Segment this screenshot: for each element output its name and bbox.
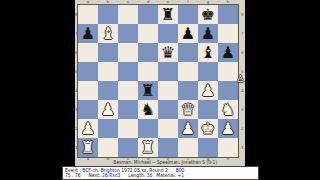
white-queen: ♛ xyxy=(181,100,195,119)
black-pawn: ♟ xyxy=(81,24,95,43)
rank-label-2: 2 xyxy=(241,124,243,134)
material-value: +1 xyxy=(177,173,184,178)
material-advantage-pawn-icon: ♙ xyxy=(236,74,245,84)
game-info-statusbar: Event : BCF-ch, Brighton 1972.08.xx, Rou… xyxy=(62,166,259,180)
square-e6[interactable]: ♛ xyxy=(158,43,178,62)
square-e4[interactable] xyxy=(158,81,178,100)
file-label-e: e xyxy=(163,156,173,159)
next-move-value: 26.Rxd3 xyxy=(102,173,121,178)
square-g2[interactable]: ♚ xyxy=(198,119,218,138)
square-b1[interactable] xyxy=(98,138,118,157)
square-f6[interactable] xyxy=(178,43,198,62)
square-d3[interactable]: ♞ xyxy=(138,100,158,119)
file-labels-top: abcdefgh xyxy=(78,0,238,4)
black-rook: ♜ xyxy=(141,81,155,100)
square-a6[interactable] xyxy=(78,43,98,62)
rank-label-1: 1 xyxy=(241,143,243,153)
square-a5[interactable] xyxy=(78,62,98,81)
rank-label-7: 7 xyxy=(75,29,77,39)
file-label-c: c xyxy=(123,156,133,159)
square-g8[interactable]: ♚ xyxy=(198,5,218,24)
eco-code: B00 xyxy=(176,168,185,173)
square-c8[interactable] xyxy=(118,5,138,24)
file-label-a: a xyxy=(83,156,93,159)
square-g6[interactable]: ♝ xyxy=(198,43,218,62)
next-label: Next: xyxy=(89,173,102,178)
square-h8[interactable] xyxy=(218,5,238,24)
square-c3[interactable] xyxy=(118,100,138,119)
white-bishop: ♝ xyxy=(101,24,115,43)
rank-label-5: 5 xyxy=(75,67,77,77)
black-bishop: ♝ xyxy=(201,43,215,62)
white-rook: ♜ xyxy=(141,138,155,157)
square-f3[interactable]: ♛ xyxy=(178,100,198,119)
rank-label-8: 8 xyxy=(241,10,243,20)
white-pawn: ♟ xyxy=(221,119,235,138)
square-e3[interactable] xyxy=(158,100,178,119)
square-a1[interactable]: ♜ xyxy=(78,138,98,157)
square-h5[interactable] xyxy=(218,62,238,81)
square-h7[interactable] xyxy=(218,24,238,43)
rank-label-7: 7 xyxy=(241,29,243,39)
square-b8[interactable] xyxy=(98,5,118,24)
square-e5[interactable] xyxy=(158,62,178,81)
rank-label-6: 6 xyxy=(241,48,243,58)
file-label-g: g xyxy=(203,156,213,159)
square-h4[interactable] xyxy=(218,81,238,100)
file-label-e: e xyxy=(163,0,173,2)
rank-label-3: 3 xyxy=(75,105,77,115)
square-c5[interactable] xyxy=(118,62,138,81)
rank-label-6: 6 xyxy=(75,48,77,58)
material-label: Material: xyxy=(156,173,177,178)
rank-label-4: 4 xyxy=(75,86,77,96)
square-b3[interactable]: ♟ xyxy=(98,100,118,119)
square-d2[interactable] xyxy=(138,119,158,138)
rank-label-4: 4 xyxy=(241,86,243,96)
square-d7[interactable] xyxy=(138,24,158,43)
black-pawn: ♟ xyxy=(221,43,235,62)
players-result-line: Basman, Michael -- Speelman, Jonathan S … xyxy=(113,160,207,165)
square-d6[interactable] xyxy=(138,43,158,62)
square-a3[interactable] xyxy=(78,100,98,119)
chess-board: ♜♚♟♝♟♟♛♝♟♜♟♟♞♛♞♟♟♚♟♜♜ xyxy=(78,5,238,157)
square-a4[interactable] xyxy=(78,81,98,100)
square-h1[interactable] xyxy=(218,138,238,157)
black-knight: ♞ xyxy=(141,100,155,119)
stats-left: 75 . 76 xyxy=(65,173,81,178)
square-d5[interactable] xyxy=(138,62,158,81)
rank-label-8: 8 xyxy=(75,10,77,20)
square-d1[interactable]: ♜ xyxy=(138,138,158,157)
event-detail: 1972.08.xx, Round 2 xyxy=(120,168,168,173)
white-pawn: ♟ xyxy=(101,100,115,119)
square-g1[interactable] xyxy=(198,138,218,157)
white-pawn: ♟ xyxy=(201,81,215,100)
file-label-f: f xyxy=(183,0,193,2)
file-label-b: b xyxy=(103,156,113,159)
square-g4[interactable]: ♟ xyxy=(198,81,218,100)
file-label-h: h xyxy=(223,156,233,159)
rank-label-1: 1 xyxy=(75,143,77,153)
diagram-panel: abcdefgh ♜♚♟♝♟♟♛♝♟♜♟♟♞♛♞♟♟♚♟♜♜ abcdefgh … xyxy=(75,0,245,174)
white-pawn: ♟ xyxy=(181,119,195,138)
black-king: ♚ xyxy=(201,5,215,24)
file-label-d: d xyxy=(143,0,153,2)
file-label-d: d xyxy=(143,156,153,159)
rank-label-2: 2 xyxy=(75,124,77,134)
square-a2[interactable]: ♟ xyxy=(78,119,98,138)
square-d4[interactable]: ♜ xyxy=(138,81,158,100)
file-label-b: b xyxy=(103,0,113,2)
rank-labels-left: 87654321 xyxy=(74,5,78,157)
square-f5[interactable] xyxy=(178,62,198,81)
event-info-line: Event : BCF-ch, Brighton 1972.08.xx, Rou… xyxy=(65,168,184,173)
event-value: BCF-ch, Brighton xyxy=(82,168,120,173)
square-e2[interactable] xyxy=(158,119,178,138)
square-h6[interactable]: ♟ xyxy=(218,43,238,62)
square-f2[interactable]: ♟ xyxy=(178,119,198,138)
square-a7[interactable]: ♟ xyxy=(78,24,98,43)
square-b7[interactable]: ♝ xyxy=(98,24,118,43)
square-f1[interactable] xyxy=(178,138,198,157)
white-king: ♚ xyxy=(201,119,215,138)
square-d8[interactable] xyxy=(138,5,158,24)
length-label: Length: xyxy=(128,173,146,178)
white-pawn: ♟ xyxy=(81,119,95,138)
black-pawn: ♟ xyxy=(201,24,215,43)
square-f4[interactable] xyxy=(178,81,198,100)
square-c7[interactable] xyxy=(118,24,138,43)
game-stats-line: 75 . 76Next: 26.Rxd3Length: 36Material: … xyxy=(65,173,184,178)
black-queen: ♛ xyxy=(161,43,175,62)
file-label-f: f xyxy=(183,156,193,159)
square-f7[interactable]: ♟ xyxy=(178,24,198,43)
square-c2[interactable] xyxy=(118,119,138,138)
white-knight: ♞ xyxy=(221,100,235,119)
file-label-a: a xyxy=(83,0,93,2)
square-g7[interactable]: ♟ xyxy=(198,24,218,43)
square-b4[interactable] xyxy=(98,81,118,100)
square-c6[interactable] xyxy=(118,43,138,62)
black-pawn: ♟ xyxy=(181,24,195,43)
square-h2[interactable]: ♟ xyxy=(218,119,238,138)
file-label-g: g xyxy=(203,0,213,2)
square-b2[interactable] xyxy=(98,119,118,138)
file-label-c: c xyxy=(123,0,133,2)
square-g5[interactable] xyxy=(198,62,218,81)
event-label: Event : xyxy=(65,168,82,173)
square-c1[interactable] xyxy=(118,138,138,157)
square-h3[interactable]: ♞ xyxy=(218,100,238,119)
square-a8[interactable] xyxy=(78,5,98,24)
square-b5[interactable] xyxy=(98,62,118,81)
white-rook: ♜ xyxy=(81,138,95,157)
square-e8[interactable]: ♜ xyxy=(158,5,178,24)
black-rook: ♜ xyxy=(161,5,175,24)
square-e1[interactable] xyxy=(158,138,178,157)
file-label-h: h xyxy=(223,0,233,2)
square-b6[interactable] xyxy=(98,43,118,62)
square-c4[interactable] xyxy=(118,81,138,100)
length-value: 36 xyxy=(147,173,153,178)
square-g3[interactable] xyxy=(198,100,218,119)
square-e7[interactable] xyxy=(158,24,178,43)
rank-label-3: 3 xyxy=(241,105,243,115)
square-f8[interactable] xyxy=(178,5,198,24)
